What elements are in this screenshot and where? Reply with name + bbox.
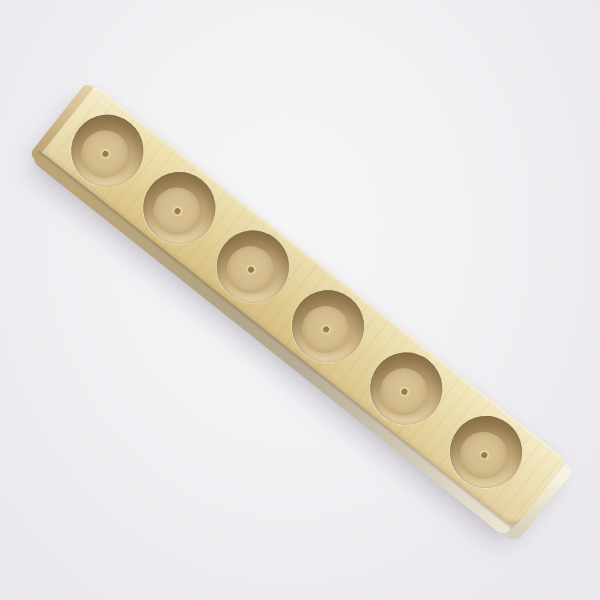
board-front-side-face — [31, 150, 513, 537]
pit-center-drill-mark-icon — [400, 387, 408, 395]
pit-center-drill-mark-icon — [173, 207, 181, 215]
pit-center-drill-mark-icon — [322, 325, 330, 333]
pit-floor — [144, 178, 210, 244]
pit-floor — [371, 358, 437, 424]
pit-center-drill-mark-icon — [101, 149, 109, 157]
pit-center-drill-mark-icon — [480, 451, 488, 459]
photo-background — [0, 0, 600, 600]
pit-floor — [72, 121, 138, 187]
pit-floor — [218, 236, 284, 302]
pit-floor — [293, 296, 359, 362]
mancala-board — [39, 84, 570, 531]
pit-floor — [451, 422, 517, 488]
board-right-end-face — [507, 463, 574, 543]
pit-center-drill-mark-icon — [246, 265, 254, 273]
